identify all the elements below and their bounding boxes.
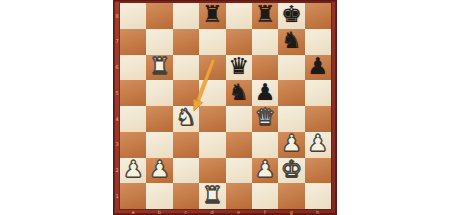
square-d7[interactable]	[199, 29, 225, 55]
square-f6[interactable]	[252, 55, 278, 81]
file-label-h: h	[313, 209, 323, 215]
rank-label-2: 2	[114, 168, 120, 173]
white-rook-b6[interactable]: ♜	[149, 55, 170, 78]
square-h5[interactable]	[305, 80, 331, 106]
rank-label-6: 6	[114, 65, 120, 70]
square-e3[interactable]	[226, 132, 252, 158]
square-e4[interactable]	[226, 106, 252, 132]
square-h6[interactable]: ♟	[305, 55, 331, 81]
file-label-e: e	[234, 209, 244, 215]
board-squares: ♜♜♚♞♜♛♟♞♟♞♛♟♟♟♟♟♚♜	[120, 3, 331, 209]
square-c6[interactable]	[173, 55, 199, 81]
square-g6[interactable]	[278, 55, 304, 81]
white-pawn-g3[interactable]: ♟	[281, 132, 302, 155]
square-c8[interactable]	[173, 3, 199, 29]
square-b2[interactable]: ♟	[146, 158, 172, 184]
square-b4[interactable]	[146, 106, 172, 132]
square-h4[interactable]	[305, 106, 331, 132]
square-d5[interactable]	[199, 80, 225, 106]
rank-label-4: 4	[114, 117, 120, 122]
white-rook-d1[interactable]: ♜	[202, 184, 223, 207]
square-e1[interactable]	[226, 183, 252, 209]
file-label-a: a	[128, 209, 138, 215]
white-queen-f4[interactable]: ♛	[255, 106, 276, 129]
square-f4[interactable]: ♛	[252, 106, 278, 132]
white-king-g2[interactable]: ♚	[281, 158, 302, 181]
square-d1[interactable]: ♜	[199, 183, 225, 209]
file-label-b: b	[154, 209, 164, 215]
white-pawn-f2[interactable]: ♟	[255, 158, 276, 181]
square-b6[interactable]: ♜	[146, 55, 172, 81]
white-knight-c4[interactable]: ♞	[176, 106, 197, 129]
black-rook-d8[interactable]: ♜	[202, 3, 223, 26]
square-f7[interactable]	[252, 29, 278, 55]
square-e5[interactable]: ♞	[226, 80, 252, 106]
square-c7[interactable]	[173, 29, 199, 55]
square-g5[interactable]	[278, 80, 304, 106]
board-inner: ♜♜♚♞♜♛♟♞♟♞♛♟♟♟♟♟♚♜ 87654321abcdefgh	[120, 3, 331, 209]
black-pawn-h6[interactable]: ♟	[308, 55, 329, 78]
white-pawn-a2[interactable]: ♟	[123, 158, 144, 181]
square-d3[interactable]	[199, 132, 225, 158]
file-label-f: f	[260, 209, 270, 215]
black-knight-g7[interactable]: ♞	[281, 29, 302, 52]
square-c5[interactable]	[173, 80, 199, 106]
square-f3[interactable]	[252, 132, 278, 158]
square-h3[interactable]: ♟	[305, 132, 331, 158]
square-g1[interactable]	[278, 183, 304, 209]
square-f2[interactable]: ♟	[252, 158, 278, 184]
square-b7[interactable]	[146, 29, 172, 55]
square-h7[interactable]	[305, 29, 331, 55]
black-rook-f8[interactable]: ♜	[255, 3, 276, 26]
black-king-g8[interactable]: ♚	[281, 3, 302, 26]
rank-label-7: 7	[114, 39, 120, 44]
square-a3[interactable]	[120, 132, 146, 158]
square-c2[interactable]	[173, 158, 199, 184]
square-b5[interactable]	[146, 80, 172, 106]
white-pawn-h3[interactable]: ♟	[308, 132, 329, 155]
square-e8[interactable]	[226, 3, 252, 29]
square-a4[interactable]	[120, 106, 146, 132]
black-pawn-f5[interactable]: ♟	[255, 81, 276, 104]
square-g2[interactable]: ♚	[278, 158, 304, 184]
square-c3[interactable]	[173, 132, 199, 158]
black-queen-e6[interactable]: ♛	[228, 55, 249, 78]
rank-label-5: 5	[114, 91, 120, 96]
square-e7[interactable]	[226, 29, 252, 55]
square-d8[interactable]: ♜	[199, 3, 225, 29]
square-g4[interactable]	[278, 106, 304, 132]
square-h1[interactable]	[305, 183, 331, 209]
square-b8[interactable]	[146, 3, 172, 29]
black-knight-e5[interactable]: ♞	[228, 81, 249, 104]
square-a5[interactable]	[120, 80, 146, 106]
square-a1[interactable]	[120, 183, 146, 209]
square-g3[interactable]: ♟	[278, 132, 304, 158]
chess-board: ♜♜♚♞♜♛♟♞♟♞♛♟♟♟♟♟♚♜ 87654321abcdefgh	[113, 0, 337, 215]
square-a6[interactable]	[120, 55, 146, 81]
white-pawn-b2[interactable]: ♟	[149, 158, 170, 181]
rank-label-8: 8	[114, 14, 120, 19]
file-label-d: d	[207, 209, 217, 215]
square-b3[interactable]	[146, 132, 172, 158]
square-e2[interactable]	[226, 158, 252, 184]
rank-label-1: 1	[114, 194, 120, 199]
square-a2[interactable]: ♟	[120, 158, 146, 184]
square-f5[interactable]: ♟	[252, 80, 278, 106]
square-b1[interactable]	[146, 183, 172, 209]
square-d2[interactable]	[199, 158, 225, 184]
square-g7[interactable]: ♞	[278, 29, 304, 55]
square-a7[interactable]	[120, 29, 146, 55]
file-label-c: c	[181, 209, 191, 215]
square-d6[interactable]	[199, 55, 225, 81]
square-f1[interactable]	[252, 183, 278, 209]
square-d4[interactable]	[199, 106, 225, 132]
square-h8[interactable]	[305, 3, 331, 29]
file-label-g: g	[286, 209, 296, 215]
rank-label-3: 3	[114, 142, 120, 147]
square-h2[interactable]	[305, 158, 331, 184]
square-c1[interactable]	[173, 183, 199, 209]
square-a8[interactable]	[120, 3, 146, 29]
square-f8[interactable]: ♜	[252, 3, 278, 29]
square-g8[interactable]: ♚	[278, 3, 304, 29]
square-e6[interactable]: ♛	[226, 55, 252, 81]
square-c4[interactable]: ♞	[173, 106, 199, 132]
